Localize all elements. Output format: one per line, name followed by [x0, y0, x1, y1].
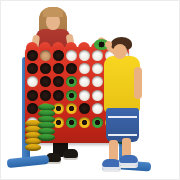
- cell-r2c3-empty: [53, 63, 64, 74]
- cell-r6c4-green-ring: [66, 117, 77, 128]
- yellow-spare-ring: [25, 144, 41, 151]
- boy-hand: [105, 41, 112, 48]
- cell-r3c1-empty: [27, 76, 38, 87]
- cell-r2c4-empty: [66, 63, 77, 74]
- boy-arm: [134, 67, 142, 99]
- cell-r2c1-empty: [27, 63, 38, 74]
- cell-r5c5-empty: [79, 103, 90, 114]
- cell-r1c3-empty: [53, 50, 64, 61]
- product-photo-giant-connect-four: [0, 0, 180, 180]
- cell-r1c2-empty: [40, 50, 51, 61]
- cell-r5c4-yellow-ring: [66, 103, 77, 114]
- boy-shoe: [119, 155, 138, 166]
- cell-r4c5-empty: [79, 90, 90, 101]
- shorts-stripe: [108, 134, 137, 136]
- cell-r4c4-green-ring: [66, 90, 77, 101]
- cell-r4c6-empty: [92, 90, 103, 101]
- cell-r3c5-empty: [79, 76, 90, 87]
- cell-r1c1-empty: [27, 50, 38, 61]
- cell-r4c3-empty: [53, 90, 64, 101]
- cell-r5c1-empty: [27, 103, 38, 114]
- cell-r2c5-empty: [79, 63, 90, 74]
- cell-r3c3-empty: [53, 76, 64, 87]
- cell-r3c4-green-ring: [66, 76, 77, 87]
- board-left-foot: [7, 155, 50, 168]
- cell-r2c6-empty: [92, 63, 103, 74]
- woman-shoe: [63, 149, 78, 158]
- cell-r5c6-empty: [92, 103, 103, 114]
- cell-r3c2-empty: [40, 76, 51, 87]
- cell-r3c6-empty: [92, 76, 103, 87]
- cell-r1c6-empty: [92, 50, 103, 61]
- boy-shorts: [106, 108, 139, 142]
- cell-r1c5-empty: [79, 50, 90, 61]
- woman-hair-fringe: [43, 7, 63, 17]
- shorts-stripe: [108, 116, 137, 118]
- cell-r2c2-empty: [40, 63, 51, 74]
- cell-r4c2-empty: [40, 90, 51, 101]
- boy-face: [113, 44, 127, 59]
- cell-r6c6-green-ring: [92, 117, 103, 128]
- cell-r6c5-yellow-ring: [79, 117, 90, 128]
- green-spare-ring: [38, 134, 55, 141]
- cell-r4c1-empty: [27, 90, 38, 101]
- cell-r1c4-empty: [66, 50, 77, 61]
